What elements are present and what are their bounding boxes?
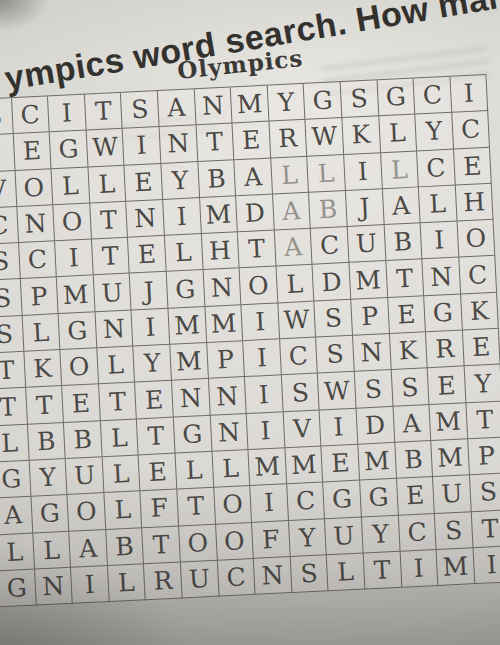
grid-cell: I xyxy=(163,198,201,236)
grid-cell: L xyxy=(102,455,140,493)
grid-cell: G xyxy=(424,294,462,332)
grid-cell: L xyxy=(327,553,365,591)
grid-cell: L xyxy=(22,314,60,352)
grid-cell: E xyxy=(128,236,166,274)
grid-cell: I xyxy=(450,75,488,113)
grid-cell: A xyxy=(393,405,431,443)
grid-cell: L xyxy=(176,452,214,490)
grid-cell: O xyxy=(240,267,278,305)
grid-cell: E xyxy=(388,296,426,334)
grid-cell: O xyxy=(15,169,53,207)
grid-cell: I xyxy=(55,240,93,278)
grid-cell: L xyxy=(104,492,142,530)
grid-cell: Y xyxy=(362,515,400,553)
grid-cell: I xyxy=(344,153,382,191)
grid-cell: N xyxy=(95,310,133,348)
grid-cell: S xyxy=(355,370,393,408)
grid-cell: G xyxy=(324,481,362,519)
grid-cell: F xyxy=(252,521,290,559)
grid-cell: D xyxy=(357,407,395,445)
grid-cell: C xyxy=(414,77,452,115)
grid-cell: N xyxy=(17,205,55,243)
grid-cell: G xyxy=(377,78,415,116)
grid-cell: L xyxy=(108,564,146,602)
grid-cell: S xyxy=(0,279,22,317)
grid-cell: K xyxy=(342,117,380,155)
grid-cell: L xyxy=(419,185,457,223)
grid-cell: B xyxy=(384,224,422,262)
grid-cell: Y xyxy=(464,365,500,403)
grid-cell: L xyxy=(33,531,71,569)
grid-cell: B xyxy=(28,423,66,461)
grid-cell: G xyxy=(59,312,97,350)
grid-cell: N xyxy=(254,557,292,595)
grid-cell: G xyxy=(304,82,342,120)
word-search-grid: SCITSANMYGSGCIIEGWINTERWKLYCVOLLEYBALLIL… xyxy=(0,74,500,608)
grid-cell: L xyxy=(308,155,346,193)
grid-cell: S xyxy=(316,336,354,374)
grid-cell: L xyxy=(101,419,139,457)
grid-cell: C xyxy=(417,149,455,187)
grid-cell: M xyxy=(200,196,238,234)
grid-cell: I xyxy=(245,376,283,414)
grid-cell: I xyxy=(48,95,86,133)
grid-cell: N xyxy=(423,258,461,296)
grid-cell: N xyxy=(172,379,210,417)
grid-cell: M xyxy=(170,343,208,381)
grid-cell: C xyxy=(12,96,50,134)
grid-cell: U xyxy=(433,476,471,514)
grid-cell: B xyxy=(309,191,347,229)
grid-cell: M xyxy=(285,446,323,484)
grid-cell: K xyxy=(390,332,428,370)
grid-cell: G xyxy=(31,495,69,533)
grid-cell: A xyxy=(234,158,272,196)
grid-cell: T xyxy=(92,238,130,276)
grid-cell: L xyxy=(0,533,35,571)
grid-cell: J xyxy=(346,189,384,227)
grid-cell: E xyxy=(454,147,492,185)
grid-cell: I xyxy=(71,566,109,604)
grid-cell: G xyxy=(360,479,398,517)
grid-cell: A xyxy=(273,193,311,231)
grid-cell: V xyxy=(0,171,17,209)
grid-cell: T xyxy=(99,383,137,421)
grid-cell: T xyxy=(0,352,26,390)
grid-cell: S xyxy=(282,374,320,412)
grid-cell: M xyxy=(431,439,469,477)
grid-cell: C xyxy=(398,514,436,552)
grid-cell: Y xyxy=(161,162,199,200)
grid-cell: Y xyxy=(134,345,172,383)
grid-cell: T xyxy=(196,124,234,162)
grid-cell: A xyxy=(69,530,107,568)
grid-cell: O xyxy=(53,203,91,241)
grid-cell: L xyxy=(381,151,419,189)
grid-cell: S xyxy=(0,243,20,281)
grid-cell: P xyxy=(351,298,389,336)
grid-cell: I xyxy=(247,412,285,450)
grid-cell: R xyxy=(144,562,182,600)
grid-cell: L xyxy=(276,265,314,303)
grid-cell: T xyxy=(471,510,500,548)
grid-cell: M xyxy=(205,305,243,343)
grid-cell: L xyxy=(212,450,250,488)
grid-cell: I xyxy=(123,127,161,165)
grid-cell: N xyxy=(194,87,232,125)
grid-cell: M xyxy=(358,443,396,481)
grid-cell: I xyxy=(250,484,288,522)
grid-cell: U xyxy=(325,517,363,555)
grid-cell: T xyxy=(364,552,402,590)
grid-cell: O xyxy=(214,486,252,524)
grid-cell: M xyxy=(57,276,95,314)
grid-cell: M xyxy=(231,86,269,124)
grid-cell: M xyxy=(168,307,206,345)
grid-cell: B xyxy=(395,441,433,479)
grid-cell: S xyxy=(0,316,24,354)
grid-cell: E xyxy=(13,133,51,171)
book-page-photo: ympics word search. How many sp Olympics… xyxy=(0,0,500,645)
grid-cell: C xyxy=(280,338,318,376)
grid-cell: R xyxy=(269,120,307,158)
grid-cell: W xyxy=(306,118,344,156)
grid-cell: P xyxy=(207,341,245,379)
grid-cell: C xyxy=(452,111,490,149)
grid-cell: C xyxy=(0,207,19,245)
grid-cell: E xyxy=(463,329,500,367)
grid-cell: N xyxy=(203,269,241,307)
grid-cell: Y xyxy=(415,113,453,151)
grid-cell: Y xyxy=(29,459,67,497)
grid-cell: N xyxy=(160,125,198,163)
grid-cell: E xyxy=(397,477,435,515)
grid-cell: L xyxy=(52,167,90,205)
grid-cell: N xyxy=(209,377,247,415)
grid-cell: S xyxy=(435,512,473,550)
grid-cell: W xyxy=(278,301,316,339)
grid-cell: I xyxy=(242,303,280,341)
grid-cell: I xyxy=(400,550,438,588)
grid-cell: T xyxy=(466,401,500,439)
grid-cell: N xyxy=(210,414,248,452)
grid-cell: H xyxy=(456,184,494,222)
grid-cell: T xyxy=(90,202,128,240)
grid-cell: U xyxy=(348,225,386,263)
grid-cell: M xyxy=(430,403,468,441)
grid-cell: B xyxy=(64,421,102,459)
grid-cell: D xyxy=(313,263,351,301)
grid-cell: Y xyxy=(289,519,327,557)
grid-cell: C xyxy=(287,483,325,521)
grid-cell: U xyxy=(181,561,219,599)
grid-cell: S xyxy=(470,474,500,512)
grid-cell: G xyxy=(0,569,36,607)
grid-cell: J xyxy=(130,272,168,310)
grid-cell: G xyxy=(0,461,31,499)
grid-cell: B xyxy=(198,160,236,198)
grid-cell: E xyxy=(139,454,177,492)
grid-cell: N xyxy=(35,568,73,606)
grid-cell: M xyxy=(349,262,387,300)
grid-cell: L xyxy=(379,115,417,153)
grid-cell: T xyxy=(238,231,276,269)
grid-cell: I xyxy=(320,408,358,446)
grid-cell: N xyxy=(353,334,391,372)
grid-cell: E xyxy=(233,122,271,160)
grid-cell: Y xyxy=(267,84,305,122)
grid-cell: A xyxy=(382,187,420,225)
grid-cell: G xyxy=(50,131,88,169)
grid-cell: I xyxy=(132,309,170,347)
grid-cell: K xyxy=(461,292,499,330)
grid-cell: T xyxy=(177,488,215,526)
grid-cell: S xyxy=(121,91,159,129)
grid-cell: L xyxy=(165,234,203,272)
grid-cell: C xyxy=(217,559,255,597)
grid-cell: S xyxy=(315,300,353,338)
grid-cell: A xyxy=(0,497,33,535)
grid-cell: E xyxy=(135,381,173,419)
grid-cell: S xyxy=(391,369,429,407)
grid-cell: F xyxy=(141,490,179,528)
grid-cell: O xyxy=(216,522,254,560)
grid-cell: O xyxy=(457,220,495,258)
grid-cell: C xyxy=(19,241,57,279)
grid-cell: I xyxy=(421,222,459,260)
grid-cell: T xyxy=(143,526,181,564)
grid-cell: T xyxy=(0,388,28,426)
grid-cell: U xyxy=(66,457,104,495)
grid-cell: I xyxy=(473,546,500,584)
grid-cell: T xyxy=(26,386,64,424)
grid-cell: S xyxy=(290,555,328,593)
grid-cell: O xyxy=(179,524,217,562)
grid-cell: O xyxy=(68,493,106,531)
grid-cell: H xyxy=(201,232,239,270)
grid-cell: E xyxy=(428,367,466,405)
grid-cell: B xyxy=(106,528,144,566)
grid-cell: C xyxy=(311,227,349,265)
grid-cell: R xyxy=(426,330,464,368)
grid-cell: A xyxy=(158,89,196,127)
grid-cell: D xyxy=(236,194,274,232)
grid-cell: S xyxy=(341,80,379,118)
grid-cell: L xyxy=(97,347,135,385)
grid-cell: W xyxy=(318,372,356,410)
grid-cell: G xyxy=(174,416,212,454)
grid-cell: O xyxy=(61,348,99,386)
grid-cell: E xyxy=(125,164,163,202)
grid-cell: G xyxy=(167,270,205,308)
grid-cell: W xyxy=(86,129,124,167)
grid-cell: L xyxy=(0,424,29,462)
grid-cell: L xyxy=(271,156,309,194)
grid-cell: E xyxy=(62,385,100,423)
grid-cell: U xyxy=(94,274,132,312)
grid-cell: C xyxy=(459,256,497,294)
grid-cell: A xyxy=(275,229,313,267)
grid-cell: E xyxy=(322,445,360,483)
grid-cell: L xyxy=(88,165,126,203)
grid-cell: M xyxy=(249,448,287,486)
grid-cell: N xyxy=(127,200,165,238)
grid-cell: T xyxy=(85,93,123,131)
grid-cell: V xyxy=(283,410,321,448)
grid-cell: K xyxy=(24,350,62,388)
grid-cell: T xyxy=(137,417,175,455)
grid-cell: I xyxy=(243,339,281,377)
grid-cell: M xyxy=(437,548,475,586)
grid-cell: T xyxy=(386,260,424,298)
grid-cell: P xyxy=(20,278,58,316)
grid-cell: P xyxy=(468,437,500,475)
